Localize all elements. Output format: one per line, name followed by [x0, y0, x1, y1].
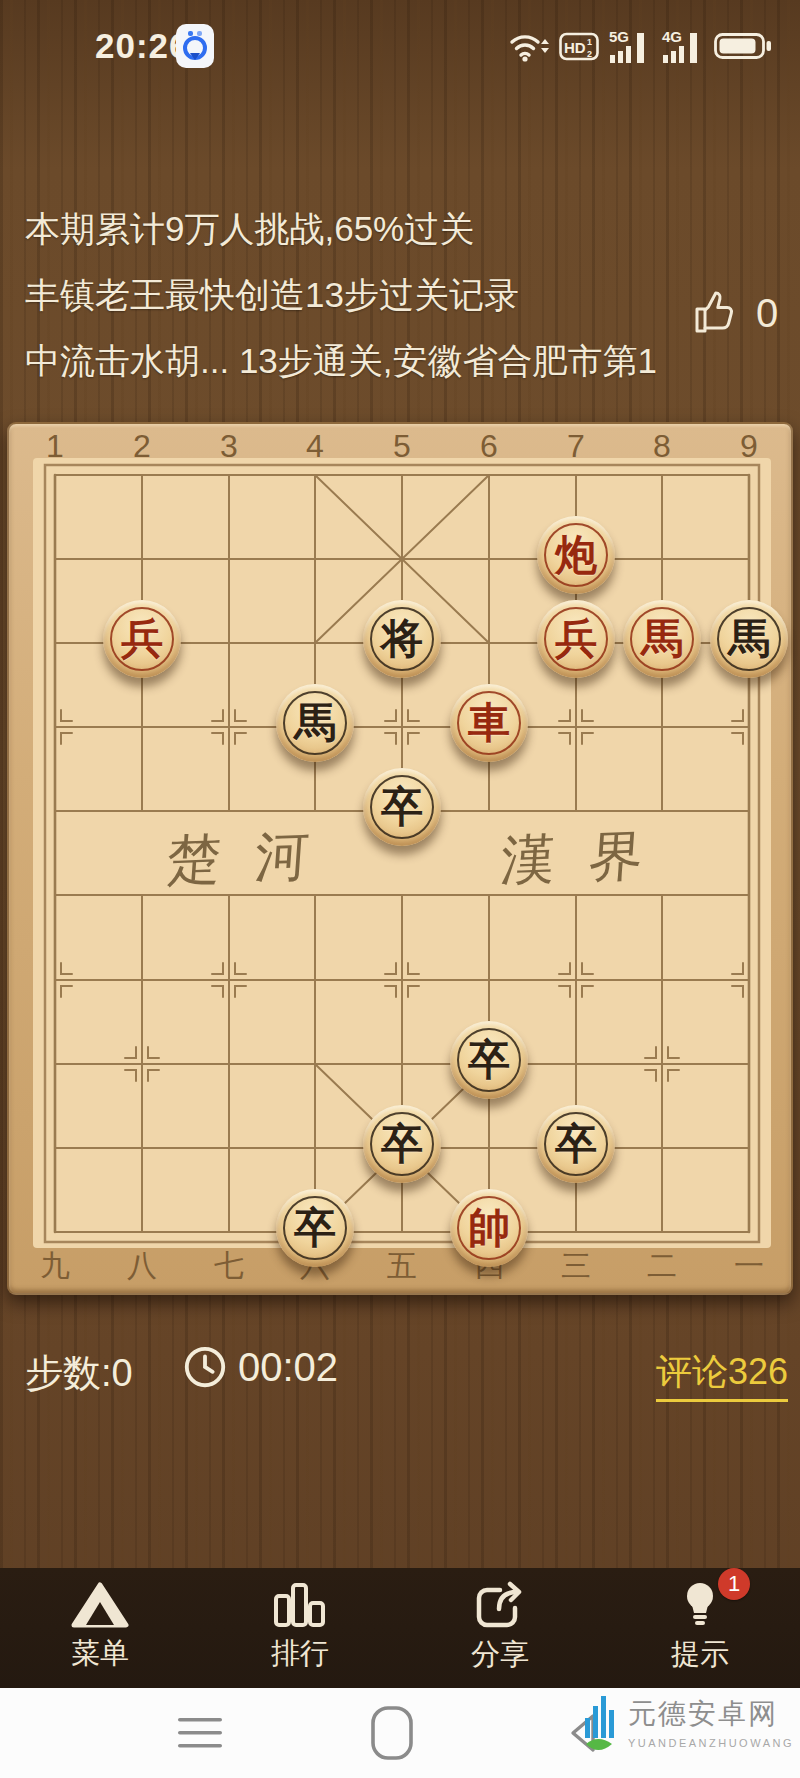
- piece-black-soldier[interactable]: 卒: [363, 1105, 441, 1183]
- ranking-icon: [273, 1582, 327, 1628]
- piece-red-horse[interactable]: 馬: [623, 600, 701, 678]
- col-label-bottom-8: 二: [640, 1246, 684, 1287]
- nav-item-share[interactable]: 分享: [400, 1568, 600, 1688]
- home-icon: [370, 1705, 414, 1761]
- piece-red-chariot[interactable]: 車: [450, 684, 528, 762]
- watermark-logo-icon: [582, 1692, 620, 1752]
- watermark-subtitle: YUANDEANZHUOWANG: [628, 1737, 794, 1749]
- piece-red-general[interactable]: 帥: [450, 1189, 528, 1267]
- col-label-top-7: 7: [556, 428, 596, 465]
- nav-item-menu[interactable]: 菜单: [0, 1568, 200, 1688]
- col-label-top-4: 4: [295, 428, 335, 465]
- game-status-footer: 步数:0 00:02 评论326: [0, 1340, 800, 1410]
- clock-icon: [182, 1344, 228, 1390]
- piece-black-general[interactable]: 将: [363, 600, 441, 678]
- col-label-bottom-5: 五: [380, 1246, 424, 1287]
- piece-character: 将: [381, 618, 423, 660]
- comments-link[interactable]: 评论326: [656, 1348, 788, 1402]
- move-counter: 步数:0: [25, 1348, 133, 1399]
- piece-black-soldier[interactable]: 卒: [276, 1189, 354, 1267]
- recents-icon: [177, 1716, 223, 1750]
- piece-character: 卒: [294, 1207, 336, 1249]
- like-button[interactable]: 0: [692, 288, 778, 338]
- nav-label-menu: 菜单: [71, 1634, 129, 1674]
- piece-character: 馬: [294, 702, 336, 744]
- col-label-top-8: 8: [642, 428, 682, 465]
- watermark: 元德安卓网 YUANDEANZHUOWANG: [582, 1692, 794, 1752]
- piece-character: 卒: [381, 786, 423, 828]
- signal-5g-icon: 5G: [608, 28, 652, 64]
- piece-black-horse[interactable]: 馬: [276, 684, 354, 762]
- bottom-nav-bar: 菜单 排行 分享 1 提示: [0, 1568, 800, 1688]
- col-label-top-9: 9: [729, 428, 769, 465]
- piece-character: 帥: [468, 1207, 510, 1249]
- hint-badge: 1: [718, 1568, 750, 1600]
- svg-text:4G: 4G: [662, 28, 682, 45]
- info-line-2: 丰镇老王最快创造13步过关记录: [25, 262, 775, 328]
- home-button[interactable]: [364, 1688, 420, 1778]
- col-label-bottom-9: 一: [727, 1246, 771, 1287]
- piece-black-soldier[interactable]: 卒: [450, 1021, 528, 1099]
- nav-item-ranking[interactable]: 排行: [200, 1568, 400, 1688]
- piece-black-horse[interactable]: 馬: [710, 600, 788, 678]
- challenge-info-panel: 本期累计9万人挑战,65%过关 丰镇老王最快创造13步过关记录 中流击水胡...…: [25, 196, 775, 394]
- browser-app-icon: [176, 24, 214, 68]
- piece-character: 馬: [728, 618, 770, 660]
- col-label-top-6: 6: [469, 428, 509, 465]
- river-left: 楚河: [164, 819, 345, 898]
- piece-red-soldier[interactable]: 兵: [103, 600, 181, 678]
- piece-black-soldier[interactable]: 卒: [537, 1105, 615, 1183]
- col-label-top-1: 1: [35, 428, 75, 465]
- recents-button[interactable]: [172, 1688, 228, 1778]
- xiangqi-board: 123456789 楚河漢界 九八七六五四三二一 炮兵将兵馬馬馬車卒卒卒卒卒帥: [7, 422, 793, 1295]
- piece-red-soldier[interactable]: 兵: [537, 600, 615, 678]
- phone-screen: 20:26 HD 1 2: [0, 0, 800, 1778]
- svg-text:1: 1: [587, 37, 592, 47]
- col-label-bottom-2: 八: [120, 1246, 164, 1287]
- svg-text:HD: HD: [564, 39, 586, 56]
- battery-icon: [714, 32, 772, 60]
- piece-character: 馬: [641, 618, 683, 660]
- like-count: 0: [756, 291, 778, 336]
- piece-character: 兵: [121, 618, 163, 660]
- col-label-bottom-1: 九: [33, 1246, 77, 1287]
- info-line-1: 本期累计9万人挑战,65%过关: [25, 196, 775, 262]
- nav-label-share: 分享: [471, 1635, 529, 1675]
- hd-volte-icon: HD 1 2: [559, 31, 599, 61]
- app-logo-icon: [180, 29, 210, 63]
- river-right: 漢界: [498, 819, 679, 898]
- piece-character: 車: [468, 702, 510, 744]
- col-label-top-5: 5: [382, 428, 422, 465]
- wifi-icon: [508, 28, 550, 64]
- hint-icon: [678, 1581, 722, 1629]
- svg-text:5G: 5G: [609, 28, 629, 45]
- nav-item-hint[interactable]: 1 提示: [600, 1568, 800, 1688]
- col-label-bottom-3: 七: [207, 1246, 251, 1287]
- piece-character: 卒: [381, 1123, 423, 1165]
- status-bar: 20:26 HD 1 2: [0, 18, 800, 78]
- piece-character: 卒: [468, 1039, 510, 1081]
- nav-label-hint: 提示: [671, 1635, 729, 1675]
- col-label-top-2: 2: [122, 428, 162, 465]
- signal-4g-icon: 4G: [661, 28, 705, 64]
- svg-text:2: 2: [587, 49, 592, 59]
- info-line-3: 中流击水胡... 13步通关,安徽省合肥市第1: [25, 328, 775, 394]
- thumbs-up-icon: [692, 288, 740, 338]
- piece-character: 卒: [555, 1123, 597, 1165]
- nav-label-ranking: 排行: [271, 1634, 329, 1674]
- piece-character: 炮: [555, 534, 597, 576]
- col-label-top-3: 3: [209, 428, 249, 465]
- piece-red-cannon[interactable]: 炮: [537, 516, 615, 594]
- watermark-title: 元德安卓网: [628, 1695, 778, 1733]
- elapsed-timer: 00:02: [238, 1345, 338, 1390]
- android-gesture-bar: 元德安卓网 YUANDEANZHUOWANG: [0, 1688, 800, 1778]
- menu-icon: [71, 1582, 129, 1628]
- piece-black-soldier[interactable]: 卒: [363, 768, 441, 846]
- col-label-bottom-7: 三: [554, 1246, 598, 1287]
- share-icon: [474, 1581, 526, 1629]
- piece-character: 兵: [555, 618, 597, 660]
